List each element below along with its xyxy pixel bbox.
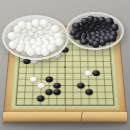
white-bowl-stone (41, 48, 50, 56)
white-stone (85, 70, 92, 76)
white-bowl-stone (7, 32, 16, 40)
black-stone-bowl (66, 12, 124, 50)
white-stone (37, 83, 45, 89)
black-bowl-stone (105, 18, 113, 25)
black-bowl-stone (87, 15, 95, 22)
go-board-photo-scene (0, 0, 130, 130)
black-stone (85, 89, 93, 95)
white-bowl-stone (27, 48, 36, 56)
black-stone (45, 89, 53, 95)
white-bowl-stone (55, 38, 64, 46)
white-stone-bowl (2, 15, 69, 60)
black-bowl-stone (70, 29, 78, 36)
black-stone (77, 83, 85, 89)
white-bowl-stone (31, 19, 40, 27)
black-bowl-stone (109, 35, 117, 42)
black-bowl-stone (111, 24, 119, 31)
white-bowl-stone (50, 25, 59, 33)
white-bowl-stone (40, 19, 49, 27)
star-point (88, 85, 90, 87)
black-bowl-stone (92, 41, 100, 48)
black-stone (53, 83, 60, 89)
white-stone (30, 77, 38, 83)
white-bowl-stone (18, 21, 27, 29)
black-bowl-stone (81, 39, 89, 46)
black-stone (37, 96, 45, 102)
black-stone (46, 77, 53, 83)
black-stone (92, 70, 99, 76)
white-bowl-stone (9, 41, 18, 49)
board-cast-shadow (2, 121, 128, 128)
black-bowl-stone (73, 22, 81, 29)
black-bowl-stone (99, 39, 107, 46)
black-stone (53, 89, 61, 95)
